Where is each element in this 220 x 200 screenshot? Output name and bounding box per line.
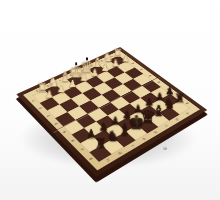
product-photo: abcdefgh abcdefgh 12345678 12345678 ♜♟♟♜…: [0, 0, 220, 200]
board-squares: ♜♟♟♜♞♟♟♞♝♟♟♝♛♟♟♛♚♟♟♚♝♟♟♝♞♟♟♞♜♟♟♜: [33, 56, 190, 162]
chess-board: abcdefgh abcdefgh 12345678 12345678 ♜♟♟♜…: [16, 47, 207, 177]
hinge-clasp: [163, 147, 167, 150]
scene: abcdefgh abcdefgh 12345678 12345678 ♜♟♟♜…: [0, 0, 220, 200]
